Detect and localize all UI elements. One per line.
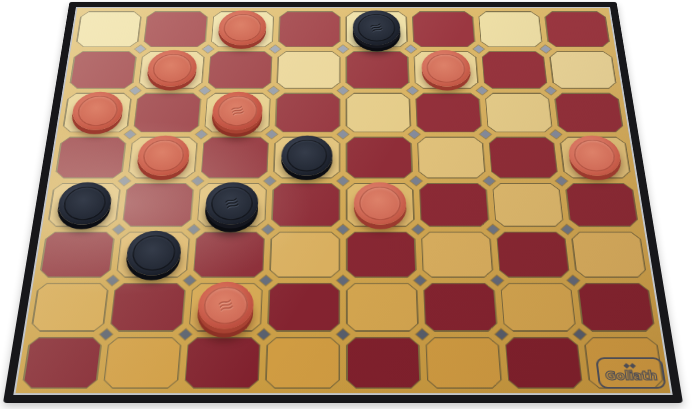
red-man-r3c1[interactable] xyxy=(70,92,125,130)
red-man-r4c2[interactable] xyxy=(135,136,190,176)
goliath-monogram-icon: ≋ xyxy=(200,177,264,231)
red-man-r1c3[interactable] xyxy=(218,10,267,45)
black-king-r1c5[interactable]: ≋ xyxy=(353,10,401,45)
red-king-r7c3[interactable]: ≋ xyxy=(197,282,255,329)
red-man-r5c5[interactable] xyxy=(354,182,407,224)
pieces-layer: ≋≋≋≋ xyxy=(21,11,664,389)
brand-text: Goliath xyxy=(604,370,658,382)
board-perspective-wrap: ≋≋≋≋ ◆◆ Goliath xyxy=(3,2,683,403)
goliath-monogram-icon: ≋ xyxy=(347,6,407,50)
black-man-r5c1[interactable] xyxy=(55,182,113,224)
goliath-monogram-icon: ≋ xyxy=(193,276,261,336)
red-king-r3c3[interactable]: ≋ xyxy=(212,92,264,130)
checkers-photo-scene: ≋≋≋≋ ◆◆ Goliath xyxy=(0,0,700,409)
red-man-r4c8[interactable] xyxy=(567,136,624,176)
black-man-r6c2[interactable] xyxy=(124,230,182,275)
red-man-r2c6[interactable] xyxy=(421,50,472,87)
red-man-r2c2[interactable] xyxy=(146,50,198,87)
black-king-r5c3[interactable]: ≋ xyxy=(205,182,260,224)
board-surface: ≋≋≋≋ ◆◆ Goliath xyxy=(13,7,672,395)
goliath-logo: ◆◆ Goliath xyxy=(595,357,666,388)
goliath-monogram-icon: ≋ xyxy=(207,87,268,135)
checkers-board-frame: ≋≋≋≋ ◆◆ Goliath xyxy=(3,2,683,403)
black-man-r4c4[interactable] xyxy=(281,136,333,176)
